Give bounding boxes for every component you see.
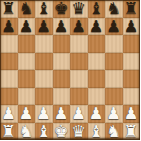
square-b5[interactable]	[18, 53, 36, 71]
white-bishop-piece[interactable]: ♝	[89, 123, 104, 141]
square-f1[interactable]: ♝	[88, 123, 106, 141]
white-pawn-piece[interactable]: ♟	[71, 105, 86, 123]
square-a7[interactable]: ♟	[0, 18, 18, 36]
black-knight-piece[interactable]: ♞	[106, 0, 121, 18]
black-pawn-piece[interactable]: ♟	[89, 18, 104, 36]
square-f8[interactable]: ♝	[88, 0, 106, 18]
black-pawn-piece[interactable]: ♟	[124, 18, 139, 36]
square-c2[interactable]: ♟	[35, 105, 53, 123]
black-pawn-piece[interactable]: ♟	[36, 18, 51, 36]
square-h8[interactable]: ♜	[123, 0, 141, 18]
square-h3[interactable]	[123, 88, 141, 106]
square-b8[interactable]: ♞	[18, 0, 36, 18]
square-b1[interactable]: ♞	[18, 123, 36, 141]
square-e1[interactable]: ♛	[70, 123, 88, 141]
square-d5[interactable]	[53, 53, 71, 71]
square-g5[interactable]	[105, 53, 123, 71]
square-g8[interactable]: ♞	[105, 0, 123, 18]
square-e5[interactable]	[70, 53, 88, 71]
white-rook-piece[interactable]: ♜	[124, 123, 139, 141]
white-pawn-piece[interactable]: ♟	[54, 105, 69, 123]
square-h4[interactable]	[123, 70, 141, 88]
white-pawn-piece[interactable]: ♟	[19, 105, 34, 123]
square-g2[interactable]: ♟	[105, 105, 123, 123]
square-e6[interactable]	[70, 35, 88, 53]
black-bishop-piece[interactable]: ♝	[89, 0, 104, 18]
chess-board: ♜♞♝♚♛♝♞♜♟♟♟♟♟♟♟♟♟♟♟♟♟♟♟♟♜♞♝♚♛♝♞♜	[0, 0, 140, 140]
black-rook-piece[interactable]: ♜	[1, 0, 16, 18]
square-a8[interactable]: ♜	[0, 0, 18, 18]
black-pawn-piece[interactable]: ♟	[54, 18, 69, 36]
white-pawn-piece[interactable]: ♟	[36, 105, 51, 123]
square-f6[interactable]	[88, 35, 106, 53]
square-c4[interactable]	[35, 70, 53, 88]
square-c1[interactable]: ♝	[35, 123, 53, 141]
square-e3[interactable]	[70, 88, 88, 106]
square-f2[interactable]: ♟	[88, 105, 106, 123]
black-pawn-piece[interactable]: ♟	[106, 18, 121, 36]
square-f4[interactable]	[88, 70, 106, 88]
white-pawn-piece[interactable]: ♟	[124, 105, 139, 123]
square-g7[interactable]: ♟	[105, 18, 123, 36]
square-f5[interactable]	[88, 53, 106, 71]
square-g3[interactable]	[105, 88, 123, 106]
square-b7[interactable]: ♟	[18, 18, 36, 36]
square-h6[interactable]	[123, 35, 141, 53]
white-pawn-piece[interactable]: ♟	[106, 105, 121, 123]
white-knight-piece[interactable]: ♞	[19, 123, 34, 141]
square-c6[interactable]	[35, 35, 53, 53]
white-pawn-piece[interactable]: ♟	[89, 105, 104, 123]
white-bishop-piece[interactable]: ♝	[36, 123, 51, 141]
white-pawn-piece[interactable]: ♟	[1, 105, 16, 123]
square-a4[interactable]	[0, 70, 18, 88]
square-d7[interactable]: ♟	[53, 18, 71, 36]
square-h7[interactable]: ♟	[123, 18, 141, 36]
square-e2[interactable]: ♟	[70, 105, 88, 123]
square-e8[interactable]: ♛	[70, 0, 88, 18]
square-e7[interactable]: ♟	[70, 18, 88, 36]
square-a3[interactable]	[0, 88, 18, 106]
square-h1[interactable]: ♜	[123, 123, 141, 141]
black-bishop-piece[interactable]: ♝	[36, 0, 51, 18]
square-c5[interactable]	[35, 53, 53, 71]
square-d4[interactable]	[53, 70, 71, 88]
white-king-piece[interactable]: ♚	[54, 123, 69, 141]
square-d6[interactable]	[53, 35, 71, 53]
square-d2[interactable]: ♟	[53, 105, 71, 123]
square-f7[interactable]: ♟	[88, 18, 106, 36]
square-a6[interactable]	[0, 35, 18, 53]
black-queen-piece[interactable]: ♛	[71, 0, 86, 18]
black-pawn-piece[interactable]: ♟	[71, 18, 86, 36]
square-g6[interactable]	[105, 35, 123, 53]
white-rook-piece[interactable]: ♜	[1, 123, 16, 141]
square-d1[interactable]: ♚	[53, 123, 71, 141]
square-e4[interactable]	[70, 70, 88, 88]
square-d3[interactable]	[53, 88, 71, 106]
square-b3[interactable]	[18, 88, 36, 106]
black-pawn-piece[interactable]: ♟	[19, 18, 34, 36]
square-g4[interactable]	[105, 70, 123, 88]
black-king-piece[interactable]: ♚	[54, 0, 69, 18]
white-knight-piece[interactable]: ♞	[106, 123, 121, 141]
square-a2[interactable]: ♟	[0, 105, 18, 123]
square-a1[interactable]: ♜	[0, 123, 18, 141]
square-g1[interactable]: ♞	[105, 123, 123, 141]
square-b6[interactable]	[18, 35, 36, 53]
square-d8[interactable]: ♚	[53, 0, 71, 18]
white-queen-piece[interactable]: ♛	[71, 123, 86, 141]
square-h5[interactable]	[123, 53, 141, 71]
square-c7[interactable]: ♟	[35, 18, 53, 36]
square-b4[interactable]	[18, 70, 36, 88]
square-h2[interactable]: ♟	[123, 105, 141, 123]
square-c3[interactable]	[35, 88, 53, 106]
black-rook-piece[interactable]: ♜	[124, 0, 139, 18]
square-f3[interactable]	[88, 88, 106, 106]
square-b2[interactable]: ♟	[18, 105, 36, 123]
black-pawn-piece[interactable]: ♟	[1, 18, 16, 36]
square-c8[interactable]: ♝	[35, 0, 53, 18]
black-knight-piece[interactable]: ♞	[19, 0, 34, 18]
square-a5[interactable]	[0, 53, 18, 71]
